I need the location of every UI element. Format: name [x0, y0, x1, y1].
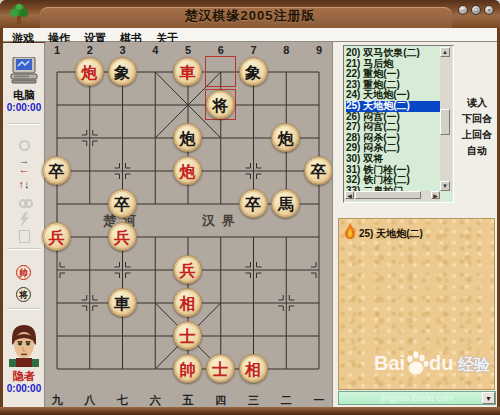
red-piece-炮[interactable]: 炮 — [75, 57, 104, 86]
player-clock: 0:00:00 — [3, 383, 45, 394]
baidu-watermark: Bai du 经验 — [374, 351, 490, 385]
scrollbar-thumb[interactable] — [440, 109, 450, 135]
file-label: 一 — [309, 393, 329, 408]
player-avatar — [9, 325, 39, 367]
baidu-text2: du — [429, 352, 453, 374]
hands-icon[interactable] — [3, 194, 45, 212]
vertical-arrows-icon[interactable]: ↑↓ — [3, 174, 45, 192]
scroll-right-icon[interactable]: ▶ — [431, 191, 440, 199]
menu-bar: 游戏操作设置棋书关于 — [3, 28, 497, 42]
file-label: 九 — [47, 393, 67, 408]
computer-icon — [10, 57, 38, 84]
last-move-highlight — [205, 56, 236, 87]
next-round-button[interactable]: 下回合 — [457, 112, 497, 126]
red-piece-兵[interactable]: 兵 — [108, 222, 137, 251]
black-piece-馬[interactable]: 馬 — [271, 189, 300, 218]
selection-combobox[interactable]: jingyan baidu com ▼ — [338, 391, 496, 405]
scrollbar-thumb[interactable] — [355, 191, 421, 199]
opening-list-item[interactable]: 30) 双将 — [346, 154, 440, 165]
red-piece-士[interactable]: 士 — [173, 321, 202, 350]
black-piece-卒[interactable]: 卒 — [42, 156, 71, 185]
url-watermark: jingyan baidu com — [339, 393, 495, 403]
red-piece-相[interactable]: 相 — [239, 354, 268, 383]
window-bottom-border — [0, 407, 500, 415]
scroll-up-icon[interactable]: ▲ — [440, 47, 450, 57]
file-label: 三 — [244, 393, 264, 408]
baidu-text: Bai — [374, 352, 405, 374]
player-name: 隐者 — [3, 369, 45, 384]
prev-round-button[interactable]: 上回合 — [457, 128, 497, 142]
separator — [7, 248, 41, 249]
opening-list: 20) 双马饮泉(二)21) 马后炮22) 重炮(一)23) 重炮(二)24) … — [346, 48, 440, 191]
window-title: 楚汉棋缘2005注册版 — [0, 7, 500, 25]
scroll-down-icon[interactable]: ▼ — [440, 181, 450, 191]
black-piece-将[interactable]: 将 — [206, 90, 235, 119]
black-piece-車[interactable]: 車 — [108, 288, 137, 317]
black-piece-炮[interactable]: 炮 — [271, 123, 300, 152]
baidu-cn-text: 经验 — [458, 356, 490, 373]
red-piece-兵[interactable]: 兵 — [173, 255, 202, 284]
black-piece-炮[interactable]: 炮 — [173, 123, 202, 152]
xiangqi-board[interactable]: 123456789 楚河 汉界 炮象車象将炮炮卒炮卒卒卒馬兵兵兵車相士帥士相 九… — [45, 42, 332, 407]
baidu-paw-icon — [405, 351, 429, 377]
file-label: 四 — [211, 393, 231, 408]
file-label: 八 — [80, 393, 100, 408]
piece-layer: 炮象車象将炮炮卒炮卒卒卒馬兵兵兵車相士帥士相 — [45, 42, 332, 407]
red-general-icon[interactable]: 帅 — [16, 265, 31, 280]
computer-clock: 0:00:00 — [3, 102, 45, 113]
red-piece-兵[interactable]: 兵 — [42, 222, 71, 251]
preview-title: 25) 天地炮(二) — [359, 227, 423, 241]
separator — [7, 123, 41, 124]
black-piece-卒[interactable]: 卒 — [108, 189, 137, 218]
horizontal-arrows-icon[interactable]: → ← — [3, 155, 45, 173]
flame-icon — [343, 223, 357, 240]
horizontal-scrollbar[interactable]: ◀ ▶ — [345, 191, 440, 201]
file-label: 六 — [145, 393, 165, 408]
scroll-left-icon[interactable]: ◀ — [345, 191, 354, 199]
auto-button[interactable]: 自动 — [457, 144, 497, 158]
red-piece-士[interactable]: 士 — [206, 354, 235, 383]
opening-list-item[interactable]: 25) 天地炮(二) — [346, 101, 440, 112]
opening-list-item[interactable]: 20) 双马饮泉(二) — [346, 48, 440, 59]
maximize-button[interactable]: □ — [471, 5, 481, 15]
right-panel: 20) 双马饮泉(二)21) 马后炮22) 重炮(一)23) 重炮(二)24) … — [332, 42, 497, 407]
preview-pane: 25) 天地炮(二) Bai du 经验 — [338, 218, 495, 390]
red-piece-帥[interactable]: 帥 — [173, 354, 202, 383]
hand-icon[interactable] — [3, 137, 45, 155]
left-toolbar: 电脑 0:00:00 → ← ↑↓ 帅 将 — [3, 43, 45, 407]
separator — [7, 308, 41, 309]
file-label: 二 — [276, 393, 296, 408]
red-piece-相[interactable]: 相 — [173, 288, 202, 317]
red-piece-車[interactable]: 車 — [173, 57, 202, 86]
minimize-button[interactable]: – — [458, 5, 468, 15]
black-piece-象[interactable]: 象 — [239, 57, 268, 86]
black-piece-卒[interactable]: 卒 — [304, 156, 333, 185]
file-label: 七 — [113, 393, 133, 408]
opening-list-box: 20) 双马饮泉(二)21) 马后炮22) 重炮(一)23) 重炮(二)24) … — [343, 45, 454, 203]
close-button[interactable]: × — [484, 5, 494, 15]
black-piece-象[interactable]: 象 — [108, 57, 137, 86]
vertical-scrollbar[interactable]: ▲ ▼ — [440, 47, 452, 191]
title-bar[interactable]: 楚汉棋缘2005注册版 – □ × — [0, 0, 500, 28]
app-window: 楚汉棋缘2005注册版 – □ × 游戏操作设置棋书关于 电脑 0:00:00 … — [0, 0, 500, 415]
page-icon[interactable] — [3, 229, 45, 247]
black-piece-卒[interactable]: 卒 — [239, 189, 268, 218]
red-piece-炮[interactable]: 炮 — [173, 156, 202, 185]
load-button[interactable]: 读入 — [457, 96, 497, 110]
file-label: 五 — [178, 393, 198, 408]
computer-label: 电脑 — [3, 88, 45, 103]
dropdown-arrow-icon[interactable]: ▼ — [482, 392, 495, 404]
black-general-icon[interactable]: 将 — [16, 287, 31, 302]
